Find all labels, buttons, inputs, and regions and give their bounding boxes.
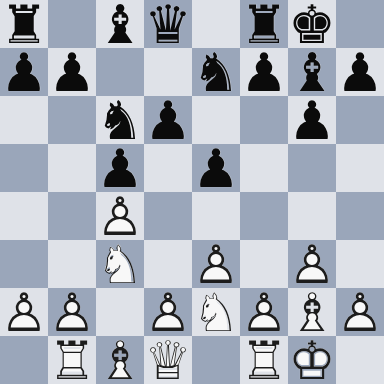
square-c8[interactable]: ♝ <box>96 0 144 48</box>
piece-fill-glyph: ♝ <box>96 0 144 51</box>
piece-fill-glyph: ♟ <box>336 46 384 99</box>
square-f5[interactable] <box>240 144 288 192</box>
square-e7[interactable]: ♞ <box>192 48 240 96</box>
white-rook[interactable]: ♜♖ <box>48 336 96 384</box>
white-pawn[interactable]: ♟♙ <box>336 288 384 336</box>
square-d8[interactable]: ♛ <box>144 0 192 48</box>
square-a7[interactable]: ♟ <box>0 48 48 96</box>
square-a5[interactable] <box>0 144 48 192</box>
black-bishop[interactable]: ♝ <box>96 0 144 48</box>
piece-outline-glyph: ♙ <box>0 286 48 339</box>
white-knight[interactable]: ♞♘ <box>96 240 144 288</box>
square-h6[interactable] <box>336 96 384 144</box>
square-d5[interactable] <box>144 144 192 192</box>
square-a6[interactable] <box>0 96 48 144</box>
piece-outline-glyph: ♖ <box>48 334 96 384</box>
square-f4[interactable] <box>240 192 288 240</box>
white-bishop[interactable]: ♝♗ <box>96 336 144 384</box>
square-e2[interactable]: ♞♘ <box>192 288 240 336</box>
square-h2[interactable]: ♟♙ <box>336 288 384 336</box>
square-h4[interactable] <box>336 192 384 240</box>
piece-outline-glyph: ♔ <box>288 334 336 384</box>
white-king[interactable]: ♚♔ <box>288 336 336 384</box>
square-b7[interactable]: ♟ <box>48 48 96 96</box>
white-knight[interactable]: ♞♘ <box>192 288 240 336</box>
black-knight[interactable]: ♞ <box>192 48 240 96</box>
piece-fill-glyph: ♟ <box>240 46 288 99</box>
piece-outline-glyph: ♗ <box>96 334 144 384</box>
chess-board: ♜♝♛♜♚♟♟♞♟♝♟♞♟♟♟♟♟♙♞♘♟♙♟♙♟♙♟♙♟♙♞♘♟♙♝♗♟♙♜♖… <box>0 0 384 384</box>
black-pawn[interactable]: ♟ <box>0 48 48 96</box>
piece-fill-glyph: ♟ <box>48 46 96 99</box>
piece-outline-glyph: ♕ <box>144 334 192 384</box>
square-b1[interactable]: ♜♖ <box>48 336 96 384</box>
square-d6[interactable]: ♟ <box>144 96 192 144</box>
white-queen[interactable]: ♛♕ <box>144 336 192 384</box>
square-c3[interactable]: ♞♘ <box>96 240 144 288</box>
square-f7[interactable]: ♟ <box>240 48 288 96</box>
square-d4[interactable] <box>144 192 192 240</box>
black-pawn[interactable]: ♟ <box>192 144 240 192</box>
black-pawn[interactable]: ♟ <box>240 48 288 96</box>
black-pawn[interactable]: ♟ <box>288 96 336 144</box>
piece-outline-glyph: ♘ <box>192 286 240 339</box>
piece-fill-glyph: ♟ <box>192 142 240 195</box>
square-e1[interactable] <box>192 336 240 384</box>
black-pawn[interactable]: ♟ <box>336 48 384 96</box>
square-c1[interactable]: ♝♗ <box>96 336 144 384</box>
square-g1[interactable]: ♚♔ <box>288 336 336 384</box>
piece-outline-glyph: ♙ <box>336 286 384 339</box>
square-a1[interactable] <box>0 336 48 384</box>
square-f6[interactable] <box>240 96 288 144</box>
square-a2[interactable]: ♟♙ <box>0 288 48 336</box>
piece-fill-glyph: ♟ <box>288 94 336 147</box>
square-f1[interactable]: ♜♖ <box>240 336 288 384</box>
square-a4[interactable] <box>0 192 48 240</box>
white-rook[interactable]: ♜♖ <box>240 336 288 384</box>
piece-fill-glyph: ♟ <box>144 94 192 147</box>
piece-outline-glyph: ♘ <box>96 238 144 291</box>
square-b5[interactable] <box>48 144 96 192</box>
piece-fill-glyph: ♟ <box>0 46 48 99</box>
square-b6[interactable] <box>48 96 96 144</box>
square-h5[interactable] <box>336 144 384 192</box>
square-e5[interactable]: ♟ <box>192 144 240 192</box>
square-g5[interactable] <box>288 144 336 192</box>
square-g6[interactable]: ♟ <box>288 96 336 144</box>
piece-fill-glyph: ♞ <box>192 46 240 99</box>
square-b4[interactable] <box>48 192 96 240</box>
square-h7[interactable]: ♟ <box>336 48 384 96</box>
square-h1[interactable] <box>336 336 384 384</box>
square-d1[interactable]: ♛♕ <box>144 336 192 384</box>
piece-fill-glyph: ♛ <box>144 0 192 51</box>
black-pawn[interactable]: ♟ <box>144 96 192 144</box>
black-queen[interactable]: ♛ <box>144 0 192 48</box>
black-pawn[interactable]: ♟ <box>48 48 96 96</box>
white-pawn[interactable]: ♟♙ <box>0 288 48 336</box>
piece-outline-glyph: ♖ <box>240 334 288 384</box>
